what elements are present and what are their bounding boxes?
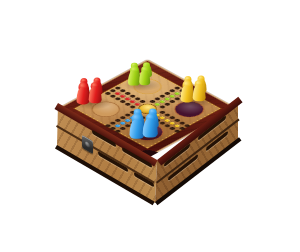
yellow-pawn[interactable]	[181, 81, 194, 103]
slot-cutout	[206, 131, 228, 152]
pawn-body	[77, 87, 90, 104]
yellow-pawn[interactable]	[193, 80, 206, 101]
red-pawn[interactable]	[89, 82, 102, 103]
pawn-body	[193, 85, 206, 101]
slot-cutout	[134, 172, 154, 187]
metal-latch	[82, 135, 93, 154]
pawn-body	[143, 119, 158, 138]
track-spot	[114, 129, 121, 133]
track-spot	[159, 105, 166, 109]
pawn-body	[129, 119, 144, 139]
slot-cutout	[98, 151, 128, 172]
track-spot	[174, 129, 181, 133]
pawn-body	[89, 87, 102, 103]
blue-pawn[interactable]	[129, 114, 144, 139]
pawn-body	[128, 70, 140, 86]
pawn-body	[181, 85, 194, 102]
product-photo-ludo-box	[0, 0, 300, 252]
green-pawn[interactable]	[128, 67, 140, 86]
green-pawn[interactable]	[139, 66, 151, 85]
blue-pawn[interactable]	[143, 113, 158, 137]
red-pawn[interactable]	[77, 83, 90, 105]
pawn-body	[139, 70, 151, 85]
